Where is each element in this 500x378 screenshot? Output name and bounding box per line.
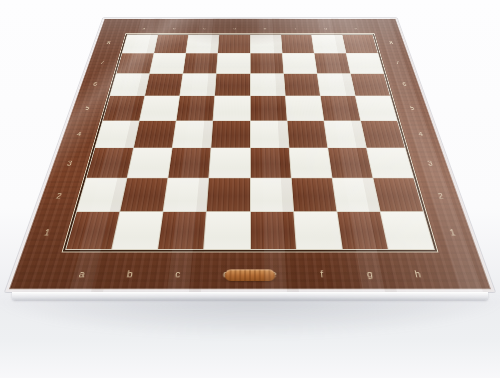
square-f4 <box>287 121 327 148</box>
rank-label-right-4: 4 <box>401 121 441 149</box>
square-a3 <box>87 148 133 178</box>
square-c1 <box>158 212 206 249</box>
file-label-bottom-f: f <box>297 267 346 280</box>
square-g3 <box>328 148 372 178</box>
file-label-top-h: h <box>340 26 371 30</box>
square-c4 <box>173 121 213 148</box>
square-d6 <box>215 74 249 96</box>
square-e4 <box>250 121 288 148</box>
square-h6 <box>351 74 390 96</box>
file-label-top-f: f <box>280 26 311 30</box>
rank-label-right-7: 7 <box>381 52 414 73</box>
square-g6 <box>317 74 354 96</box>
square-d4 <box>212 121 250 148</box>
file-label-top-a: a <box>128 26 159 30</box>
square-e2 <box>250 178 292 211</box>
square-b2 <box>120 178 167 211</box>
square-a1 <box>66 212 119 249</box>
square-d5 <box>214 96 250 120</box>
file-label-top-c: c <box>189 26 220 30</box>
square-b4 <box>134 121 176 148</box>
square-e5 <box>250 96 286 120</box>
file-label-top-d: d <box>220 26 250 30</box>
file-label-bottom-c: c <box>153 267 202 280</box>
square-h5 <box>356 96 397 120</box>
square-c8 <box>186 35 219 53</box>
file-labels-top: abcdefgh <box>128 26 372 30</box>
square-g4 <box>324 121 366 148</box>
square-c7 <box>183 54 217 74</box>
square-g1 <box>337 212 387 249</box>
square-f3 <box>289 148 331 178</box>
file-label-top-g: g <box>310 26 341 30</box>
rank-label-right-8: 8 <box>376 33 408 52</box>
chessboard-perspective-wrap: abcdefgh abcdefgh 87654321 87654321 <box>5 18 495 292</box>
square-h4 <box>361 121 405 148</box>
file-label-top-e: e <box>250 26 280 30</box>
board-shadow <box>0 298 500 348</box>
square-d7 <box>217 54 250 74</box>
square-a6 <box>110 74 149 96</box>
square-h2 <box>373 178 423 211</box>
square-h8 <box>342 35 377 53</box>
wooden-knob <box>224 269 275 281</box>
square-h1 <box>381 212 434 249</box>
rank-label-right-6: 6 <box>387 73 422 96</box>
square-a5 <box>103 96 144 120</box>
square-f5 <box>285 96 323 120</box>
square-g7 <box>314 54 350 74</box>
square-d2 <box>207 178 249 211</box>
square-b1 <box>112 212 162 249</box>
square-b8 <box>154 35 188 53</box>
file-label-bottom-g: g <box>345 267 395 280</box>
square-a4 <box>95 121 139 148</box>
rank-label-right-3: 3 <box>410 148 452 179</box>
chessboard: abcdefgh abcdefgh 87654321 87654321 <box>5 18 495 292</box>
square-b5 <box>140 96 180 120</box>
square-b6 <box>145 74 182 96</box>
square-e1 <box>250 212 295 249</box>
square-h7 <box>346 54 383 74</box>
square-d3 <box>210 148 250 178</box>
square-e6 <box>250 74 284 96</box>
square-g5 <box>321 96 361 120</box>
square-g2 <box>332 178 379 211</box>
square-g8 <box>312 35 346 53</box>
square-f1 <box>294 212 342 249</box>
square-a2 <box>77 178 127 211</box>
square-a8 <box>122 35 157 53</box>
photo-background: abcdefgh abcdefgh 87654321 87654321 <box>0 0 500 378</box>
square-e8 <box>250 35 281 53</box>
square-c6 <box>180 74 216 96</box>
file-label-bottom-b: b <box>105 267 155 280</box>
square-f7 <box>282 54 316 74</box>
file-label-bottom-h: h <box>392 267 443 280</box>
square-h3 <box>367 148 413 178</box>
square-e7 <box>250 54 283 74</box>
square-b3 <box>128 148 172 178</box>
square-d1 <box>204 212 249 249</box>
square-f8 <box>281 35 314 53</box>
square-c2 <box>164 178 209 211</box>
playing-area-border <box>62 33 439 252</box>
square-a7 <box>117 54 154 74</box>
square-b7 <box>150 54 186 74</box>
square-f6 <box>284 74 320 96</box>
file-label-top-b: b <box>159 26 190 30</box>
rank-label-left-8: 8 <box>93 33 125 52</box>
board-grid <box>65 34 435 249</box>
square-f2 <box>291 178 336 211</box>
square-c3 <box>169 148 211 178</box>
rank-label-right-5: 5 <box>394 96 431 121</box>
square-c5 <box>177 96 215 120</box>
square-d8 <box>218 35 249 53</box>
square-e3 <box>250 148 290 178</box>
file-label-bottom-a: a <box>56 267 107 280</box>
